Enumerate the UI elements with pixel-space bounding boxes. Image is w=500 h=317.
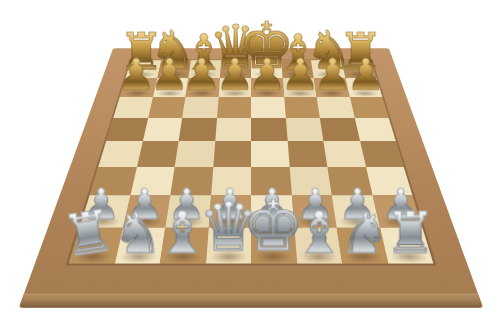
square-b4[interactable]	[137, 141, 179, 167]
square-a6[interactable]	[113, 97, 152, 118]
board-front-edge	[19, 293, 483, 307]
square-f6[interactable]	[284, 97, 320, 118]
square-f4[interactable]	[287, 141, 327, 167]
square-b6[interactable]	[148, 97, 186, 118]
square-a4[interactable]	[98, 141, 142, 167]
white-rook-h1[interactable]: ♜	[384, 204, 435, 261]
square-f1[interactable]: ♝	[294, 227, 342, 263]
square-h4[interactable]	[360, 141, 404, 167]
chess-board: ♜♞♝♛♚♝♞♜♟♟♟♟♟♟♟♟♟♟♟♟♟♟♟♟♜♞♝♛♚♝♞♜	[19, 48, 483, 307]
square-d5[interactable]	[215, 118, 251, 141]
square-d4[interactable]	[213, 141, 251, 167]
square-d6[interactable]	[217, 97, 251, 118]
square-d7[interactable]: ♟	[218, 78, 251, 97]
square-g4[interactable]	[323, 141, 365, 167]
square-g1[interactable]: ♞	[337, 227, 388, 263]
square-g6[interactable]	[317, 97, 355, 118]
black-pawn-h7[interactable]: ♟	[346, 53, 385, 96]
square-h5[interactable]	[354, 118, 396, 141]
square-h1[interactable]: ♜	[379, 227, 433, 263]
square-c5[interactable]	[179, 118, 217, 141]
white-knight-g1[interactable]: ♞	[339, 205, 389, 261]
square-b5[interactable]	[142, 118, 182, 141]
square-e6[interactable]	[251, 97, 285, 118]
white-bishop-f1[interactable]: ♝	[293, 204, 344, 261]
square-h6[interactable]	[349, 97, 388, 118]
product-photo-chess-set: ♜♞♝♛♚♝♞♜♟♟♟♟♟♟♟♟♟♟♟♟♟♟♟♟♜♞♝♛♚♝♞♜	[0, 0, 500, 317]
square-h7[interactable]: ♟	[345, 78, 382, 97]
square-f7[interactable]: ♟	[282, 78, 316, 97]
square-e1[interactable]: ♚	[251, 227, 297, 263]
square-e4[interactable]	[251, 141, 289, 167]
square-g7[interactable]: ♟	[314, 78, 350, 97]
square-e7[interactable]: ♟	[251, 78, 284, 97]
white-knight-b1[interactable]: ♞	[112, 205, 162, 261]
square-f5[interactable]	[285, 118, 323, 141]
square-c6[interactable]	[182, 97, 218, 118]
square-a5[interactable]	[106, 118, 148, 141]
white-rook-a1[interactable]: ♜	[59, 201, 119, 266]
chessboard-scene: ♜♞♝♛♚♝♞♜♟♟♟♟♟♟♟♟♟♟♟♟♟♟♟♟♜♞♝♛♚♝♞♜	[0, 0, 500, 317]
square-e5[interactable]	[251, 118, 287, 141]
square-c4[interactable]	[175, 141, 215, 167]
board-squares: ♜♞♝♛♚♝♞♜♟♟♟♟♟♟♟♟♟♟♟♟♟♟♟♟♜♞♝♛♚♝♞♜	[69, 60, 434, 263]
square-c7[interactable]: ♟	[185, 78, 219, 97]
square-g5[interactable]	[320, 118, 360, 141]
